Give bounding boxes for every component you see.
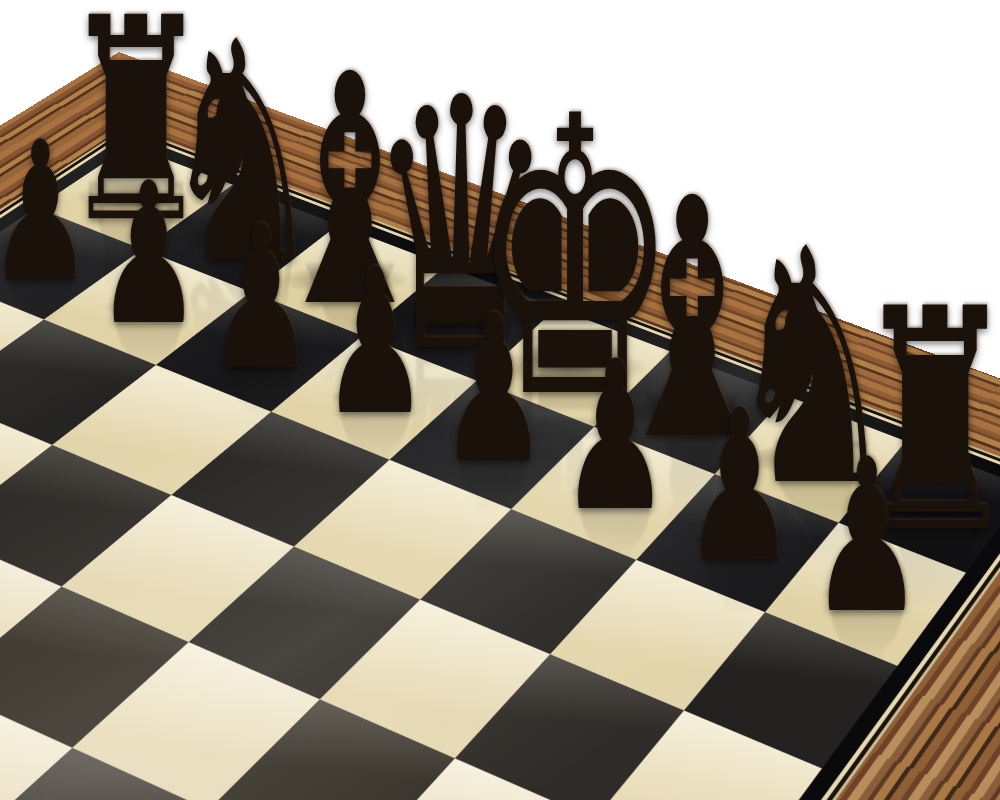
black-pawn-d7[interactable]: ♟ xyxy=(315,243,435,444)
chessboard-photo: ♜♜♞♞♝♝♛♛♚♚♝♝♞♞♜♜♟♟♟♟♟♟♟♟♟♟♟♟♟♟♟♟ xyxy=(0,0,1000,800)
black-pawn-b7[interactable]: ♟ xyxy=(90,157,207,352)
black-pawn-f7[interactable]: ♟ xyxy=(553,334,677,540)
black-pawn-h7[interactable]: ♟ xyxy=(804,431,931,643)
black-pawn-e7[interactable]: ♟ xyxy=(432,288,554,491)
black-pawn-c7[interactable]: ♟ xyxy=(201,200,320,398)
black-pawn-g7[interactable]: ♟ xyxy=(676,382,801,591)
black-pawn-a7[interactable]: ♟ xyxy=(0,116,98,309)
